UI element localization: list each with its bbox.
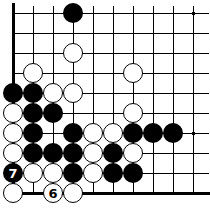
white-stone[interactable] [63,83,83,103]
black-stone[interactable] [23,143,43,163]
grid-line-vertical [173,6,174,194]
black-stone[interactable] [63,163,83,183]
black-stone[interactable] [43,103,63,123]
white-stone[interactable] [23,63,43,83]
white-stone[interactable] [43,163,63,183]
white-stone[interactable] [103,123,123,143]
grid-line-horizontal [12,13,209,14]
grid-line-vertical [153,6,154,194]
black-stone[interactable] [103,163,123,183]
black-stone[interactable] [23,103,43,123]
black-stone[interactable] [3,83,23,103]
white-stone[interactable] [123,63,143,83]
white-stone[interactable] [3,103,23,123]
black-stone[interactable] [123,123,143,143]
black-stone[interactable] [63,3,83,23]
black-stone[interactable] [143,123,163,143]
white-stone[interactable] [63,43,83,63]
white-stone[interactable] [23,163,43,183]
black-stone[interactable] [63,123,83,143]
go-board[interactable]: 76 [0,0,210,210]
black-stone[interactable] [123,163,143,183]
black-stone[interactable] [43,143,63,163]
black-stone-move-7[interactable]: 7 [3,163,23,183]
grid-line-vertical [193,6,194,194]
black-stone[interactable] [103,143,123,163]
white-stone[interactable] [123,103,143,123]
white-stone[interactable] [63,183,83,203]
white-stone[interactable] [3,183,23,203]
star-point [192,12,195,15]
black-stone[interactable] [23,83,43,103]
white-stone[interactable] [3,143,23,163]
board-edge-bottom [10,192,210,195]
white-stone[interactable] [83,163,103,183]
white-stone[interactable] [3,123,23,143]
black-stone[interactable] [163,123,183,143]
black-stone[interactable] [23,123,43,143]
grid-line-horizontal [12,53,209,54]
star-point [192,132,195,135]
black-stone[interactable] [63,143,83,163]
white-stone[interactable] [123,143,143,163]
white-stone[interactable] [43,83,63,103]
white-stone[interactable] [83,123,103,143]
grid-line-horizontal [12,33,209,34]
white-stone[interactable] [83,143,103,163]
white-stone-move-6[interactable]: 6 [43,183,63,203]
